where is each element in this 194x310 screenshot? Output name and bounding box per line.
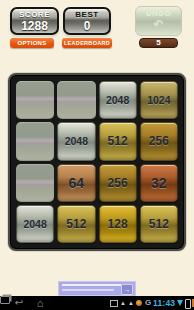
tile-grid: 20481024204851225664256322048512128512 <box>16 81 178 243</box>
tile-32: 32 <box>140 164 178 202</box>
leaderboard-button[interactable]: LEADERBOARD <box>62 38 112 48</box>
tile-128: 128 <box>99 205 137 243</box>
back-icon[interactable]: ↩ <box>12 296 26 310</box>
undo-button[interactable]: UNDO ↶ <box>135 6 182 36</box>
score-value: 1288 <box>12 20 57 32</box>
android-status-bar: ↩ ⌂ ▲ ▲ G 11:43 <box>0 296 194 310</box>
warning-triangle-icon: ▲ <box>128 296 134 310</box>
screenshot-icon <box>110 300 118 307</box>
tile-512: 512 <box>57 205 95 243</box>
ad-text-line <box>62 284 121 286</box>
options-button[interactable]: OPTIONS <box>10 38 54 48</box>
ad-arrow-button[interactable]: → <box>121 284 133 295</box>
game-board[interactable]: 20481024204851225664256322048512128512 <box>8 73 186 251</box>
tile-1024: 1024 <box>140 81 178 119</box>
tile-256: 256 <box>99 164 137 202</box>
best-box: BEST 0 <box>63 7 111 35</box>
tile-2048: 2048 <box>57 122 95 160</box>
clock: 11:43 <box>153 296 175 310</box>
empty-cell <box>16 81 54 119</box>
update-circle-icon <box>136 300 142 306</box>
wifi-icon <box>177 300 183 306</box>
ad-text-line <box>62 289 114 291</box>
tile-512: 512 <box>140 205 178 243</box>
tile-256: 256 <box>140 122 178 160</box>
undo-count-badge: 5 <box>139 38 178 48</box>
battery-icon <box>185 299 191 309</box>
2048-app-screen: SCORE 1288 BEST 0 UNDO ↶ 5 OPTIONS LEADE… <box>0 0 194 310</box>
undo-arrow-icon: ↶ <box>136 19 181 30</box>
empty-cell <box>16 122 54 160</box>
home-icon[interactable]: ⌂ <box>33 296 47 310</box>
tile-64: 64 <box>57 164 95 202</box>
score-box: SCORE 1288 <box>10 7 59 35</box>
tile-512: 512 <box>99 122 137 160</box>
battery-charge-sliver-icon <box>192 299 194 307</box>
empty-cell <box>57 81 95 119</box>
best-value: 0 <box>65 20 109 32</box>
empty-cell <box>16 164 54 202</box>
g-icon: G <box>145 296 151 310</box>
recents-icon[interactable] <box>0 296 10 304</box>
tile-2048: 2048 <box>16 205 54 243</box>
ad-banner[interactable]: → <box>58 281 136 296</box>
warning-triangle-icon: ▲ <box>120 296 126 310</box>
tile-2048: 2048 <box>99 81 137 119</box>
